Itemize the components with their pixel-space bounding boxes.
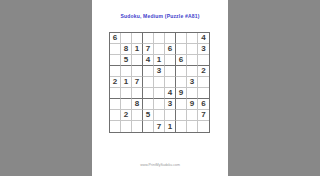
sudoku-cell-r1c8: [187, 33, 198, 44]
footer-url: www.PrintMySudoku.com: [92, 163, 228, 167]
sudoku-cell-r5c8: 3: [187, 77, 198, 88]
sudoku-cell-r7c1: [110, 99, 121, 110]
sudoku-page: Sudoku, Medium (Puzzle #A81) 64817635416…: [92, 0, 228, 176]
sudoku-cell-r2c7: [176, 44, 187, 55]
sudoku-cell-r7c3: 8: [132, 99, 143, 110]
sudoku-cell-r9c6: 1: [165, 121, 176, 132]
sudoku-cell-r3c2: 5: [121, 55, 132, 66]
sudoku-cell-r4c4: [143, 66, 154, 77]
sudoku-cell-r8c9: 7: [198, 110, 209, 121]
sudoku-cell-r3c5: 1: [154, 55, 165, 66]
sudoku-cell-r1c6: [165, 33, 176, 44]
sudoku-cell-r1c1: 6: [110, 33, 121, 44]
sudoku-cell-r8c2: 2: [121, 110, 132, 121]
sudoku-cell-r1c5: [154, 33, 165, 44]
sudoku-cell-r6c4: [143, 88, 154, 99]
page-title: Sudoku, Medium (Puzzle #A81): [92, 13, 228, 19]
sudoku-cell-r4c5: 3: [154, 66, 165, 77]
sudoku-cell-r5c7: [176, 77, 187, 88]
sudoku-cell-r8c6: [165, 110, 176, 121]
sudoku-cell-r2c8: [187, 44, 198, 55]
sudoku-cell-r3c7: 6: [176, 55, 187, 66]
sudoku-cell-r7c7: [176, 99, 187, 110]
sudoku-cell-r7c9: 6: [198, 99, 209, 110]
sudoku-cell-r3c3: [132, 55, 143, 66]
sudoku-cell-r2c2: 8: [121, 44, 132, 55]
sudoku-cell-r9c5: 7: [154, 121, 165, 132]
sudoku-cell-r4c3: [132, 66, 143, 77]
sudoku-board: 6481763541632217349839625771: [109, 32, 210, 133]
sudoku-cell-r4c8: [187, 66, 198, 77]
sudoku-cell-r7c6: 3: [165, 99, 176, 110]
sudoku-cell-r2c1: [110, 44, 121, 55]
sudoku-cell-r2c3: 1: [132, 44, 143, 55]
sudoku-cell-r4c2: [121, 66, 132, 77]
sudoku-cell-r3c4: 4: [143, 55, 154, 66]
sudoku-cell-r9c3: [132, 121, 143, 132]
sudoku-cell-r5c9: [198, 77, 209, 88]
sudoku-cell-r8c7: [176, 110, 187, 121]
sudoku-cell-r4c9: 2: [198, 66, 209, 77]
sudoku-cell-r8c3: [132, 110, 143, 121]
sudoku-cell-r1c4: [143, 33, 154, 44]
sudoku-cell-r7c2: [121, 99, 132, 110]
sudoku-cell-r2c4: 7: [143, 44, 154, 55]
sudoku-cell-r9c9: [198, 121, 209, 132]
sudoku-cell-r3c1: [110, 55, 121, 66]
sudoku-cell-r6c2: [121, 88, 132, 99]
sudoku-cell-r8c8: [187, 110, 198, 121]
sudoku-cell-r6c1: [110, 88, 121, 99]
sudoku-cell-r5c2: 1: [121, 77, 132, 88]
sudoku-cell-r7c4: [143, 99, 154, 110]
sudoku-cell-r1c9: 4: [198, 33, 209, 44]
sudoku-cell-r6c3: [132, 88, 143, 99]
sudoku-cell-r1c3: [132, 33, 143, 44]
sudoku-cell-r9c8: [187, 121, 198, 132]
sudoku-cell-r8c5: [154, 110, 165, 121]
sudoku-cell-r5c1: 2: [110, 77, 121, 88]
sudoku-cell-r1c7: [176, 33, 187, 44]
sudoku-cell-r3c6: [165, 55, 176, 66]
sudoku-cell-r8c4: 5: [143, 110, 154, 121]
sudoku-cell-r9c1: [110, 121, 121, 132]
sudoku-cell-r7c8: 9: [187, 99, 198, 110]
sudoku-cell-r6c6: 4: [165, 88, 176, 99]
sudoku-cell-r6c5: [154, 88, 165, 99]
sudoku-cell-r2c5: [154, 44, 165, 55]
sudoku-cell-r5c4: [143, 77, 154, 88]
sudoku-cell-r6c9: [198, 88, 209, 99]
sudoku-cell-r1c2: [121, 33, 132, 44]
sudoku-cell-r4c6: [165, 66, 176, 77]
sudoku-cell-r9c2: [121, 121, 132, 132]
sudoku-cell-r5c3: 7: [132, 77, 143, 88]
sudoku-cell-r3c8: [187, 55, 198, 66]
sudoku-cell-r3c9: [198, 55, 209, 66]
sudoku-cell-r4c1: [110, 66, 121, 77]
sudoku-cell-r5c5: [154, 77, 165, 88]
sudoku-cell-r5c6: [165, 77, 176, 88]
sudoku-cell-r9c7: [176, 121, 187, 132]
sudoku-cell-r6c8: [187, 88, 198, 99]
sudoku-cell-r9c4: [143, 121, 154, 132]
sudoku-cell-r4c7: [176, 66, 187, 77]
sudoku-cell-r2c9: 3: [198, 44, 209, 55]
sudoku-cell-r2c6: 6: [165, 44, 176, 55]
sudoku-cell-r6c7: 9: [176, 88, 187, 99]
sudoku-cell-r8c1: [110, 110, 121, 121]
sudoku-cell-r7c5: [154, 99, 165, 110]
